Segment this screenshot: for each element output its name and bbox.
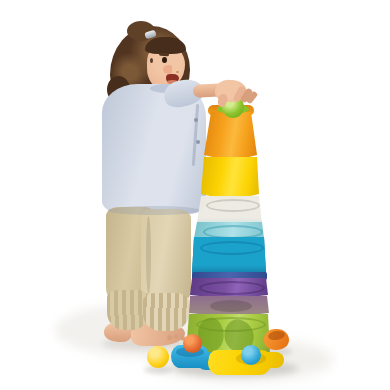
tower-inner-shadow: [210, 300, 252, 312]
pants-cuff: [143, 293, 189, 331]
cup-rim-line: [206, 199, 260, 212]
cup-rim-line: [203, 225, 263, 239]
child-eye: [162, 57, 167, 63]
shirt-hem-shadow: [108, 206, 200, 215]
child-nostril: [176, 71, 179, 73]
child-fringe: [145, 37, 186, 54]
blue-ball: [241, 345, 261, 365]
pants-seam: [146, 216, 151, 294]
shirt-button: [196, 140, 200, 144]
child-far-eye: [150, 58, 153, 63]
tower-segment-orange: [204, 112, 257, 160]
shirt-button: [194, 118, 198, 122]
yellow-ball-floor: [147, 346, 169, 368]
orange-ball: [183, 334, 202, 353]
tower-segment-yellow: [201, 157, 259, 199]
cup-rim-line: [199, 281, 265, 295]
cup-rim-line: [200, 241, 264, 255]
photo-scene: [0, 0, 390, 390]
